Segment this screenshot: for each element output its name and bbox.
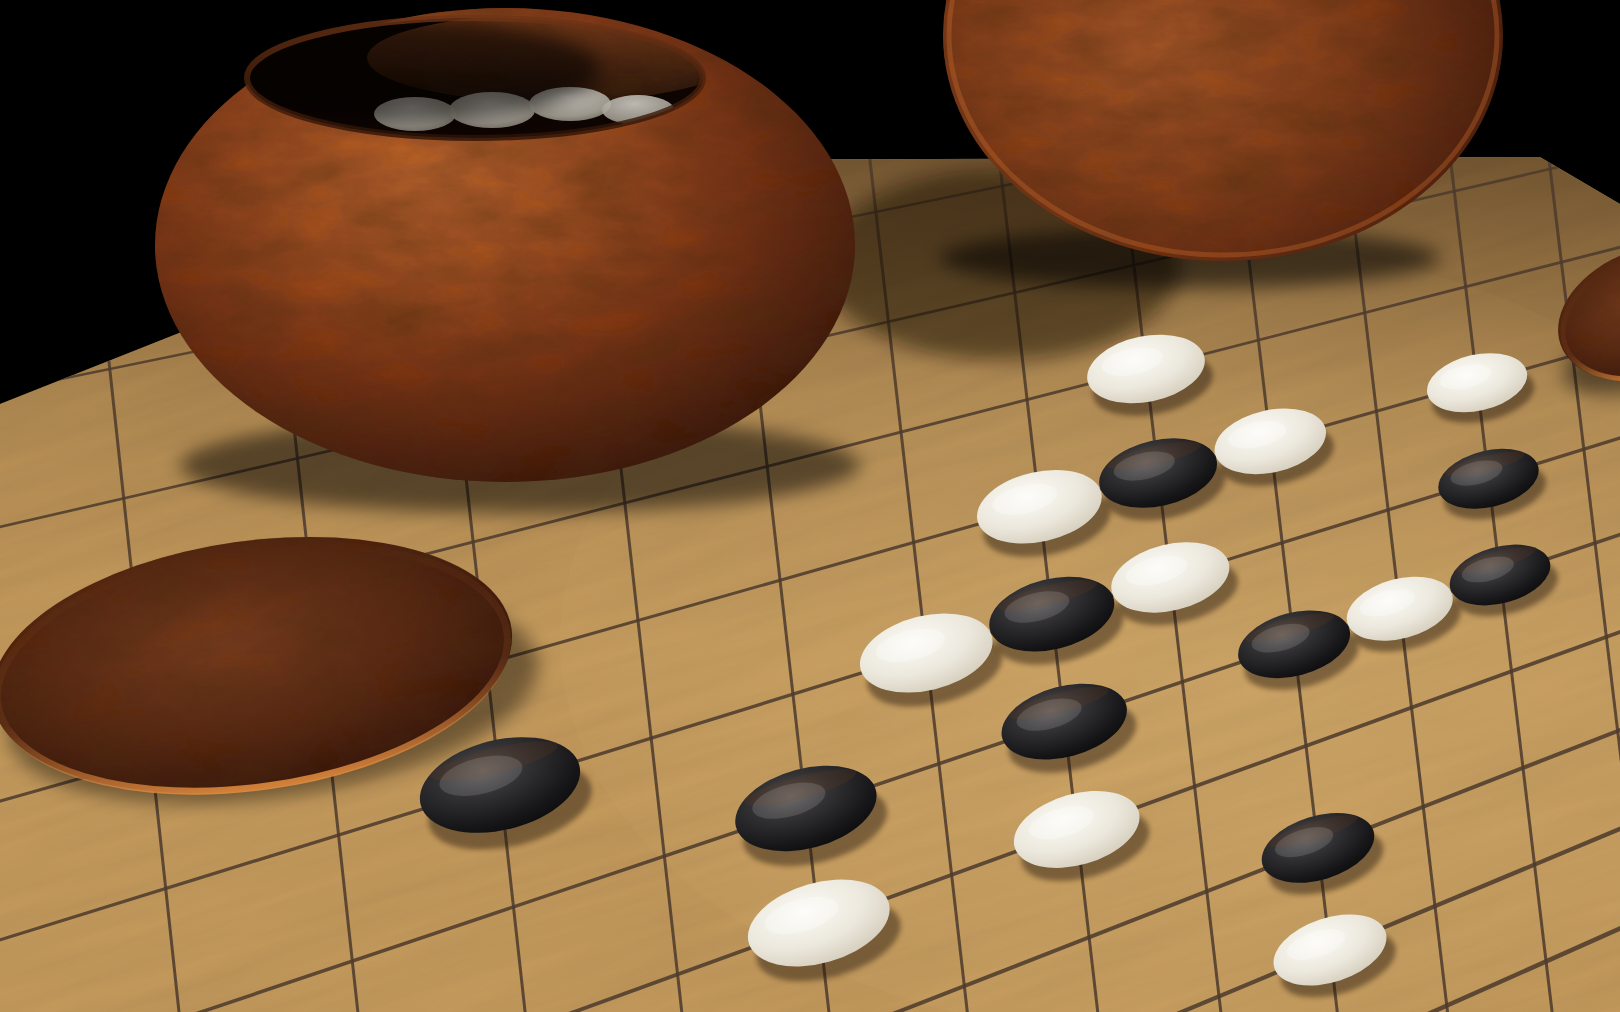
left-stone-bowl — [155, 8, 855, 482]
go-scene-photo — [0, 0, 1620, 1012]
